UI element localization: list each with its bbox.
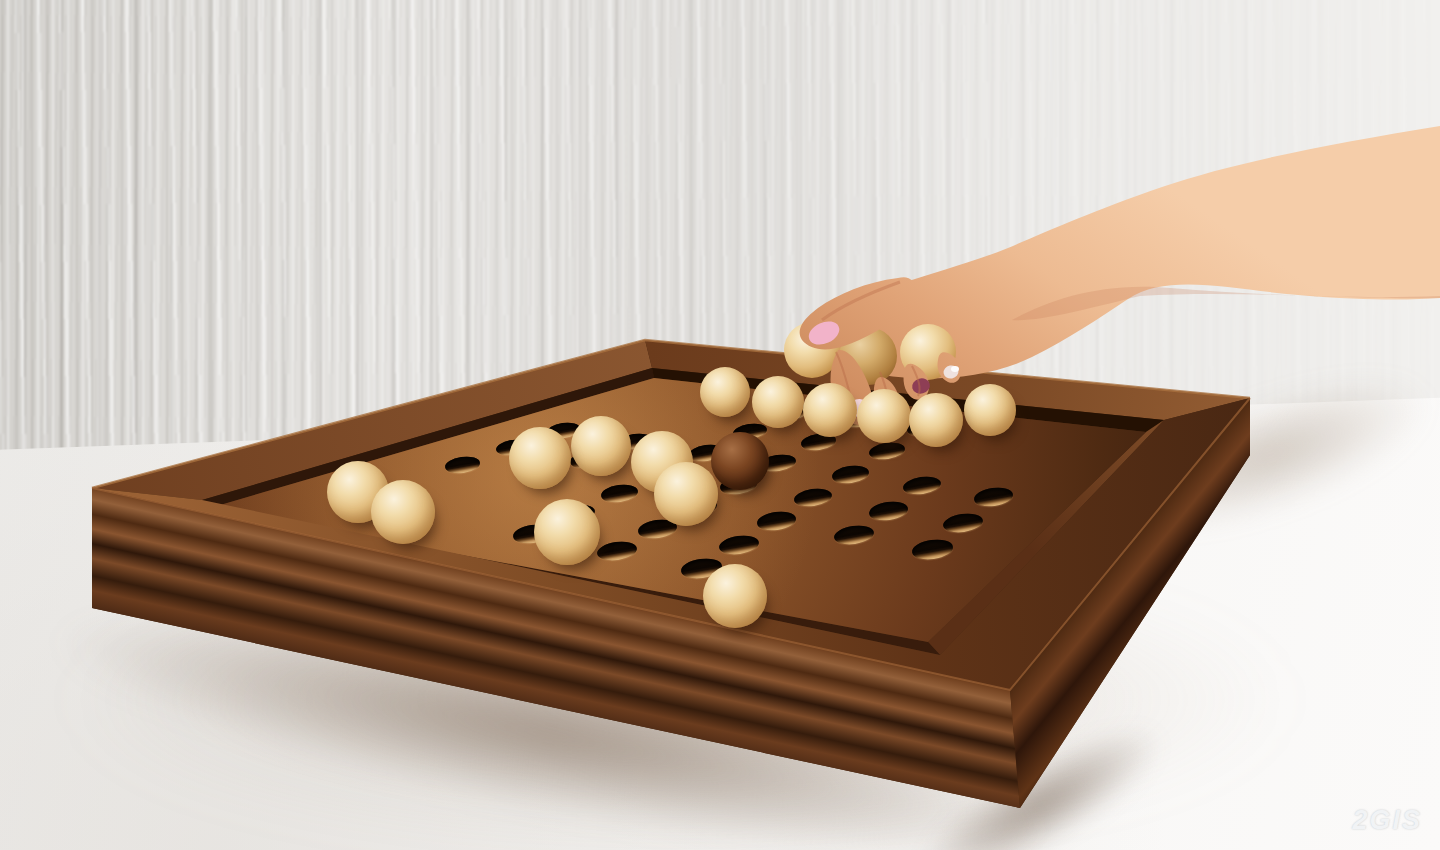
photo-stage: 2GIS bbox=[0, 0, 1440, 850]
watermark-label: 2GIS bbox=[1352, 805, 1422, 836]
